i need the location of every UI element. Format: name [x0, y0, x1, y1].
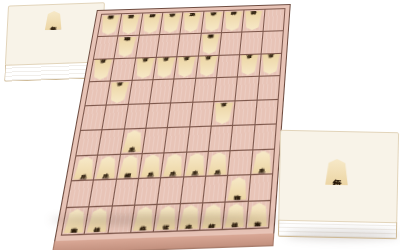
square-5d[interactable]	[172, 79, 195, 102]
square-7a[interactable]: 銀将	[140, 13, 163, 35]
square-9a[interactable]: 香車	[98, 14, 121, 36]
square-4b[interactable]: 香車	[199, 33, 221, 55]
square-6c[interactable]: 歩兵	[154, 57, 177, 80]
square-3e[interactable]: 歩兵	[212, 102, 235, 126]
square-3g[interactable]: 歩兵	[206, 151, 230, 176]
square-4f[interactable]	[187, 127, 211, 152]
komadai-sente: 角行	[278, 130, 399, 239]
square-3f[interactable]	[209, 126, 232, 151]
shogi-piece-pawn-3e[interactable]: 歩兵	[213, 103, 233, 125]
square-8d[interactable]: 歩兵	[107, 81, 131, 104]
shogi-piece-pawn-8d[interactable]: 歩兵	[108, 82, 129, 103]
shogi-piece-pawn-6g[interactable]: 歩兵	[141, 154, 163, 177]
board-grid: 香車桂馬銀将金将王将金将銀将桂馬飛車香車歩兵歩兵歩兵歩兵歩兵歩兵歩兵歩兵歩兵歩兵…	[61, 8, 286, 236]
square-5h[interactable]	[158, 178, 183, 204]
square-2b[interactable]	[241, 32, 263, 54]
square-7f[interactable]: 歩兵	[121, 129, 146, 154]
shogi-piece-pawn-4g[interactable]: 歩兵	[185, 153, 206, 176]
square-9b[interactable]	[94, 36, 118, 58]
shogi-piece-pawn-1g[interactable]: 歩兵	[252, 150, 272, 173]
square-8f[interactable]	[99, 129, 124, 154]
square-6g[interactable]: 歩兵	[139, 153, 164, 178]
square-4a[interactable]: 金将	[201, 11, 223, 33]
shogi-piece-knight-8a[interactable]: 桂馬	[120, 14, 140, 34]
square-9g[interactable]: 歩兵	[72, 155, 98, 180]
square-1f[interactable]	[253, 124, 276, 149]
square-6f[interactable]	[143, 128, 167, 153]
square-4c[interactable]: 歩兵	[196, 55, 219, 78]
square-2h[interactable]: 飛車	[226, 176, 250, 202]
square-3c[interactable]	[217, 55, 239, 78]
square-7c[interactable]: 歩兵	[132, 57, 155, 80]
shogi-piece-king-5a[interactable]: 王将	[182, 13, 202, 33]
square-1b[interactable]	[261, 31, 282, 53]
square-2d[interactable]	[236, 77, 258, 100]
komadai-front-face	[278, 220, 397, 239]
shogi-piece-pawn-8g[interactable]: 歩兵	[96, 156, 118, 179]
square-5f[interactable]	[165, 127, 189, 152]
square-2e[interactable]	[234, 101, 257, 125]
shogi-piece-gold-6a[interactable]: 金将	[162, 13, 182, 33]
square-8h[interactable]	[90, 180, 116, 206]
square-1a[interactable]	[263, 9, 284, 30]
shogi-piece-silver-3a[interactable]: 銀将	[223, 11, 242, 31]
square-6d[interactable]	[150, 80, 173, 103]
board-shadow	[50, 214, 280, 226]
square-5b[interactable]	[178, 34, 201, 56]
square-3d[interactable]	[214, 78, 237, 101]
square-5g[interactable]: 歩兵	[162, 152, 186, 177]
shogi-piece-gold-4a[interactable]: 金将	[203, 12, 222, 32]
shogi-piece-pawn-5c[interactable]: 歩兵	[176, 57, 196, 78]
square-4d[interactable]	[193, 79, 216, 102]
square-7h[interactable]	[113, 180, 138, 206]
shogi-piece-silver-7g[interactable]: 銀将	[118, 155, 140, 178]
square-8g[interactable]: 歩兵	[94, 155, 119, 180]
shogi-piece-pawn-1c[interactable]: 歩兵	[261, 54, 280, 75]
square-7g[interactable]: 銀将	[117, 154, 142, 179]
square-9e[interactable]	[81, 106, 106, 130]
square-9d[interactable]	[86, 82, 110, 105]
square-8a[interactable]: 桂馬	[119, 14, 142, 36]
square-3a[interactable]: 銀将	[222, 10, 244, 31]
shogi-piece-lance-4b[interactable]: 香車	[200, 34, 220, 54]
shogi-piece-pawn-4c[interactable]: 歩兵	[197, 56, 217, 77]
square-1d[interactable]	[257, 76, 279, 99]
shogi-piece-pawn-9c[interactable]: 歩兵	[91, 60, 112, 81]
square-6b[interactable]	[157, 34, 180, 56]
square-2f[interactable]	[231, 125, 254, 150]
square-5c[interactable]: 歩兵	[175, 56, 198, 79]
square-1g[interactable]: 歩兵	[251, 149, 274, 174]
square-2g[interactable]	[229, 150, 252, 175]
square-8c[interactable]	[111, 58, 135, 81]
square-1c[interactable]: 歩兵	[259, 53, 281, 76]
shogi-piece-rook-2h[interactable]: 飛車	[227, 177, 248, 201]
shogi-piece-pawn-7f[interactable]: 歩兵	[122, 130, 144, 152]
square-9h[interactable]	[67, 181, 93, 207]
square-8e[interactable]	[103, 105, 127, 129]
square-9f[interactable]	[77, 130, 102, 155]
shogi-piece-silver-7a[interactable]: 銀将	[141, 14, 161, 34]
shogi-piece-lance-9a[interactable]: 香車	[100, 15, 121, 35]
square-6h[interactable]	[135, 179, 160, 205]
square-5a[interactable]: 王将	[181, 12, 203, 34]
square-2a[interactable]: 桂馬	[243, 10, 264, 31]
square-4h[interactable]	[181, 177, 205, 203]
square-6e[interactable]	[147, 104, 171, 128]
shogi-piece-pawn-7c[interactable]: 歩兵	[134, 58, 155, 79]
square-7e[interactable]	[125, 104, 149, 128]
square-3h[interactable]	[203, 177, 227, 203]
shogi-piece-knight-2a[interactable]: 桂馬	[244, 11, 263, 31]
square-6a[interactable]: 金将	[160, 12, 182, 34]
square-1h[interactable]	[249, 175, 272, 201]
square-7b[interactable]	[136, 35, 159, 57]
square-7d[interactable]	[129, 81, 153, 104]
shogi-piece-pawn-5g[interactable]: 歩兵	[163, 153, 184, 176]
square-1e[interactable]	[255, 100, 277, 124]
square-4e[interactable]	[190, 102, 213, 126]
square-4g[interactable]: 歩兵	[184, 152, 208, 177]
square-8b[interactable]: 飛車	[115, 36, 138, 58]
square-5e[interactable]	[168, 103, 192, 127]
shogi-piece-pawn-3g[interactable]: 歩兵	[208, 152, 229, 175]
shogi-piece-rook-8b[interactable]: 飛車	[116, 36, 137, 56]
square-9c[interactable]: 歩兵	[90, 59, 114, 82]
square-2c[interactable]: 歩兵	[238, 54, 260, 77]
shogi-piece-pawn-6c[interactable]: 歩兵	[155, 58, 175, 79]
shogi-piece-pawn-9g[interactable]: 歩兵	[73, 156, 96, 179]
square-3b[interactable]	[220, 32, 242, 54]
shogi-piece-pawn-2c[interactable]: 歩兵	[240, 55, 259, 76]
